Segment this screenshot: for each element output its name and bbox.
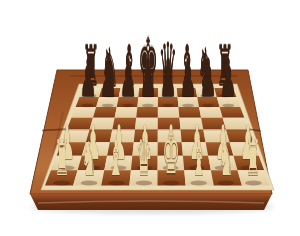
- chess-board: [0, 0, 300, 236]
- chess-set-photo: ♜♞♝♚♛♝♞♜♟♟♟♟♟♟♟♟♟♟♟♟♟♟♟♟♜♞♝♛♚♝♞♜: [0, 0, 300, 236]
